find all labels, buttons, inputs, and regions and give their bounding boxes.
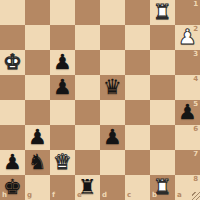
square-a6[interactable]: 6 [175, 125, 200, 150]
square-c3[interactable] [125, 50, 150, 75]
square-g5[interactable] [25, 100, 50, 125]
square-a7[interactable]: 7 [175, 150, 200, 175]
square-d7[interactable] [100, 150, 125, 175]
square-d4[interactable]: ♛ [100, 75, 125, 100]
square-a1[interactable]: 1 [175, 0, 200, 25]
square-f5[interactable] [50, 100, 75, 125]
square-h8[interactable]: ♚h [0, 175, 25, 200]
square-g2[interactable] [25, 25, 50, 50]
square-f2[interactable] [50, 25, 75, 50]
piece-black-pawn[interactable]: ♟ [53, 77, 72, 98]
file-label: d [102, 192, 107, 199]
piece-black-knight[interactable]: ♞ [28, 152, 47, 173]
square-h5[interactable] [0, 100, 25, 125]
square-e3[interactable] [75, 50, 100, 75]
square-h7[interactable]: ♟ [0, 150, 25, 175]
square-d1[interactable] [100, 0, 125, 25]
piece-white-pawn[interactable]: ♟ [178, 27, 197, 48]
square-e6[interactable] [75, 125, 100, 150]
square-b6[interactable] [150, 125, 175, 150]
square-e2[interactable] [75, 25, 100, 50]
square-h2[interactable] [0, 25, 25, 50]
square-d5[interactable] [100, 100, 125, 125]
square-g6[interactable]: ♟ [25, 125, 50, 150]
piece-black-pawn[interactable]: ♟ [53, 52, 72, 73]
piece-black-pawn[interactable]: ♟ [3, 152, 22, 173]
rank-label: 1 [193, 1, 198, 8]
square-b2[interactable] [150, 25, 175, 50]
square-d6[interactable]: ♟ [100, 125, 125, 150]
file-label: f [52, 192, 55, 199]
square-f1[interactable] [50, 0, 75, 25]
square-b4[interactable] [150, 75, 175, 100]
square-d8[interactable]: d [100, 175, 125, 200]
rank-label: 8 [193, 176, 198, 183]
square-a5[interactable]: ♟5 [175, 100, 200, 125]
square-e5[interactable] [75, 100, 100, 125]
square-h6[interactable] [0, 125, 25, 150]
square-d2[interactable] [100, 25, 125, 50]
piece-white-king[interactable]: ♚ [3, 52, 22, 73]
square-f7[interactable]: ♛ [50, 150, 75, 175]
square-c7[interactable] [125, 150, 150, 175]
file-label: c [127, 192, 131, 199]
board-resize-handle[interactable] [192, 192, 200, 200]
square-a2[interactable]: ♟2 [175, 25, 200, 50]
piece-black-pawn[interactable]: ♟ [178, 102, 197, 123]
square-f8[interactable]: f [50, 175, 75, 200]
square-e7[interactable] [75, 150, 100, 175]
rank-label: 6 [193, 126, 198, 133]
piece-black-queen[interactable]: ♛ [103, 77, 122, 98]
file-label: a [177, 192, 182, 199]
square-c4[interactable] [125, 75, 150, 100]
piece-black-pawn[interactable]: ♟ [103, 127, 122, 148]
rank-label: 3 [193, 51, 198, 58]
piece-white-rook[interactable]: ♜ [153, 177, 172, 198]
piece-white-rook[interactable]: ♜ [153, 2, 172, 23]
square-d3[interactable] [100, 50, 125, 75]
piece-black-king[interactable]: ♚ [3, 177, 22, 198]
square-c1[interactable] [125, 0, 150, 25]
square-f3[interactable]: ♟ [50, 50, 75, 75]
square-c2[interactable] [125, 25, 150, 50]
square-c5[interactable] [125, 100, 150, 125]
chess-board: ♜1♟2♚♟3♟♛4♟5♟♟6♟♞♛7♚hgf♜edc♜b8a [0, 0, 200, 200]
square-b1[interactable]: ♜ [150, 0, 175, 25]
square-g1[interactable] [25, 0, 50, 25]
rank-label: 7 [193, 151, 198, 158]
file-label: g [27, 192, 32, 199]
square-b5[interactable] [150, 100, 175, 125]
square-a3[interactable]: 3 [175, 50, 200, 75]
square-f4[interactable]: ♟ [50, 75, 75, 100]
square-e1[interactable] [75, 0, 100, 25]
square-b8[interactable]: ♜b [150, 175, 175, 200]
square-h4[interactable] [0, 75, 25, 100]
square-g3[interactable] [25, 50, 50, 75]
square-b3[interactable] [150, 50, 175, 75]
square-c6[interactable] [125, 125, 150, 150]
square-e4[interactable] [75, 75, 100, 100]
square-e8[interactable]: ♜e [75, 175, 100, 200]
square-c8[interactable]: c [125, 175, 150, 200]
square-g4[interactable] [25, 75, 50, 100]
piece-white-queen[interactable]: ♛ [53, 152, 72, 173]
square-a4[interactable]: 4 [175, 75, 200, 100]
square-a8[interactable]: 8a [175, 175, 200, 200]
square-b7[interactable] [150, 150, 175, 175]
rank-label: 4 [193, 76, 198, 83]
square-h1[interactable] [0, 0, 25, 25]
square-g8[interactable]: g [25, 175, 50, 200]
square-h3[interactable]: ♚ [0, 50, 25, 75]
square-f6[interactable] [50, 125, 75, 150]
square-g7[interactable]: ♞ [25, 150, 50, 175]
piece-black-pawn[interactable]: ♟ [28, 127, 47, 148]
piece-black-rook[interactable]: ♜ [78, 177, 97, 198]
